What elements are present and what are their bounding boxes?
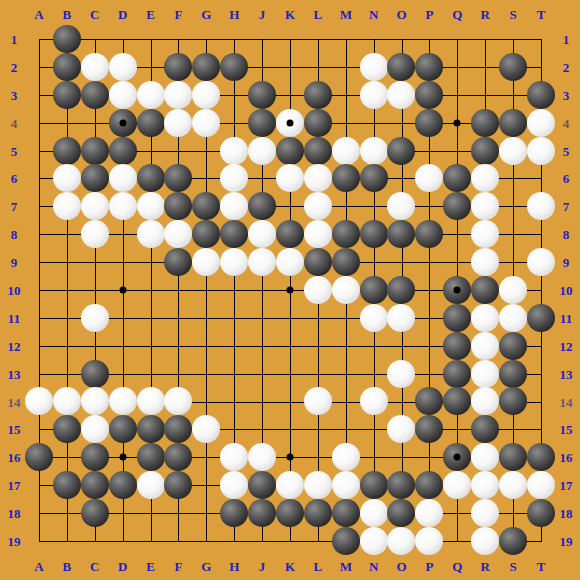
- intersection-L15[interactable]: [304, 415, 332, 443]
- intersection-T8[interactable]: [527, 220, 555, 248]
- intersection-P5[interactable]: [415, 137, 443, 165]
- intersection-F11[interactable]: [164, 304, 192, 332]
- intersection-E17[interactable]: [137, 471, 165, 499]
- intersection-R9[interactable]: [471, 248, 499, 276]
- intersection-J14[interactable]: [248, 387, 276, 415]
- intersection-S13[interactable]: [499, 360, 527, 388]
- intersection-J2[interactable]: [248, 53, 276, 81]
- intersection-M6[interactable]: [332, 164, 360, 192]
- intersection-L12[interactable]: [304, 332, 332, 360]
- intersection-N3[interactable]: [360, 81, 388, 109]
- intersection-E6[interactable]: [137, 164, 165, 192]
- intersection-O8[interactable]: [387, 220, 415, 248]
- intersection-O3[interactable]: [387, 81, 415, 109]
- intersection-F7[interactable]: [164, 192, 192, 220]
- intersection-H7[interactable]: [220, 192, 248, 220]
- intersection-J19[interactable]: [248, 527, 276, 555]
- intersection-B4[interactable]: [53, 109, 81, 137]
- intersection-Q5[interactable]: [443, 137, 471, 165]
- intersection-T5[interactable]: [527, 137, 555, 165]
- intersection-E2[interactable]: [137, 53, 165, 81]
- intersection-Q8[interactable]: [443, 220, 471, 248]
- intersection-G6[interactable]: [192, 164, 220, 192]
- intersection-E14[interactable]: [137, 387, 165, 415]
- intersection-D5[interactable]: [109, 137, 137, 165]
- intersection-T14[interactable]: [527, 387, 555, 415]
- intersection-S4[interactable]: [499, 109, 527, 137]
- intersection-P18[interactable]: [415, 499, 443, 527]
- intersection-D15[interactable]: [109, 415, 137, 443]
- intersection-F8[interactable]: [164, 220, 192, 248]
- intersection-C12[interactable]: [81, 332, 109, 360]
- intersection-F5[interactable]: [164, 137, 192, 165]
- intersection-O14[interactable]: [387, 387, 415, 415]
- intersection-H9[interactable]: [220, 248, 248, 276]
- intersection-N6[interactable]: [360, 164, 388, 192]
- intersection-C9[interactable]: [81, 248, 109, 276]
- intersection-C5[interactable]: [81, 137, 109, 165]
- intersection-N11[interactable]: [360, 304, 388, 332]
- intersection-D18[interactable]: [109, 499, 137, 527]
- intersection-R15[interactable]: [471, 415, 499, 443]
- intersection-D3[interactable]: [109, 81, 137, 109]
- intersection-E19[interactable]: [137, 527, 165, 555]
- intersection-R17[interactable]: [471, 471, 499, 499]
- intersection-A15[interactable]: [25, 415, 53, 443]
- intersection-B9[interactable]: [53, 248, 81, 276]
- intersection-D1[interactable]: [109, 25, 137, 53]
- intersection-Q14[interactable]: [443, 387, 471, 415]
- intersection-K15[interactable]: [276, 415, 304, 443]
- intersection-E12[interactable]: [137, 332, 165, 360]
- intersection-A19[interactable]: [25, 527, 53, 555]
- intersection-C18[interactable]: [81, 499, 109, 527]
- intersection-R13[interactable]: [471, 360, 499, 388]
- intersection-G16[interactable]: [192, 443, 220, 471]
- intersection-T16[interactable]: [527, 443, 555, 471]
- intersection-N17[interactable]: [360, 471, 388, 499]
- intersection-F17[interactable]: [164, 471, 192, 499]
- intersection-T4[interactable]: [527, 109, 555, 137]
- intersection-S11[interactable]: [499, 304, 527, 332]
- intersection-K19[interactable]: [276, 527, 304, 555]
- intersection-J9[interactable]: [248, 248, 276, 276]
- intersection-S18[interactable]: [499, 499, 527, 527]
- intersection-O12[interactable]: [387, 332, 415, 360]
- intersection-B7[interactable]: [53, 192, 81, 220]
- intersection-O1[interactable]: [387, 25, 415, 53]
- intersection-T2[interactable]: [527, 53, 555, 81]
- intersection-S16[interactable]: [499, 443, 527, 471]
- intersection-D11[interactable]: [109, 304, 137, 332]
- intersection-K2[interactable]: [276, 53, 304, 81]
- intersection-L11[interactable]: [304, 304, 332, 332]
- intersection-K5[interactable]: [276, 137, 304, 165]
- intersection-C7[interactable]: [81, 192, 109, 220]
- intersection-P12[interactable]: [415, 332, 443, 360]
- intersection-M10[interactable]: [332, 276, 360, 304]
- intersection-P13[interactable]: [415, 360, 443, 388]
- intersection-D9[interactable]: [109, 248, 137, 276]
- intersection-C10[interactable]: [81, 276, 109, 304]
- intersection-H5[interactable]: [220, 137, 248, 165]
- intersection-H1[interactable]: [220, 25, 248, 53]
- intersection-P17[interactable]: [415, 471, 443, 499]
- intersection-D19[interactable]: [109, 527, 137, 555]
- intersection-G13[interactable]: [192, 360, 220, 388]
- intersection-K9[interactable]: [276, 248, 304, 276]
- intersection-J11[interactable]: [248, 304, 276, 332]
- intersection-T12[interactable]: [527, 332, 555, 360]
- intersection-B13[interactable]: [53, 360, 81, 388]
- intersection-S6[interactable]: [499, 164, 527, 192]
- intersection-S5[interactable]: [499, 137, 527, 165]
- intersection-N8[interactable]: [360, 220, 388, 248]
- intersection-D6[interactable]: [109, 164, 137, 192]
- intersection-B17[interactable]: [53, 471, 81, 499]
- intersection-E18[interactable]: [137, 499, 165, 527]
- intersection-A3[interactable]: [25, 81, 53, 109]
- intersection-G8[interactable]: [192, 220, 220, 248]
- intersection-C3[interactable]: [81, 81, 109, 109]
- intersection-G7[interactable]: [192, 192, 220, 220]
- intersection-B2[interactable]: [53, 53, 81, 81]
- intersection-P11[interactable]: [415, 304, 443, 332]
- intersection-A1[interactable]: [25, 25, 53, 53]
- intersection-P16[interactable]: [415, 443, 443, 471]
- intersection-J18[interactable]: [248, 499, 276, 527]
- intersection-M13[interactable]: [332, 360, 360, 388]
- intersection-T15[interactable]: [527, 415, 555, 443]
- intersection-B11[interactable]: [53, 304, 81, 332]
- intersection-Q9[interactable]: [443, 248, 471, 276]
- intersection-R18[interactable]: [471, 499, 499, 527]
- intersection-T10[interactable]: [527, 276, 555, 304]
- intersection-N14[interactable]: [360, 387, 388, 415]
- intersection-B14[interactable]: [53, 387, 81, 415]
- intersection-G11[interactable]: [192, 304, 220, 332]
- intersection-M1[interactable]: [332, 25, 360, 53]
- intersection-T7[interactable]: [527, 192, 555, 220]
- intersection-Q1[interactable]: [443, 25, 471, 53]
- intersection-T17[interactable]: [527, 471, 555, 499]
- intersection-F2[interactable]: [164, 53, 192, 81]
- intersection-E4[interactable]: [137, 109, 165, 137]
- intersection-P7[interactable]: [415, 192, 443, 220]
- intersection-M11[interactable]: [332, 304, 360, 332]
- intersection-H8[interactable]: [220, 220, 248, 248]
- intersection-F14[interactable]: [164, 387, 192, 415]
- intersection-G9[interactable]: [192, 248, 220, 276]
- intersection-N9[interactable]: [360, 248, 388, 276]
- intersection-A17[interactable]: [25, 471, 53, 499]
- intersection-S2[interactable]: [499, 53, 527, 81]
- intersection-L17[interactable]: [304, 471, 332, 499]
- intersection-R10[interactable]: [471, 276, 499, 304]
- intersection-G19[interactable]: [192, 527, 220, 555]
- intersection-N13[interactable]: [360, 360, 388, 388]
- intersection-C17[interactable]: [81, 471, 109, 499]
- intersection-B16[interactable]: [53, 443, 81, 471]
- intersection-D14[interactable]: [109, 387, 137, 415]
- intersection-N1[interactable]: [360, 25, 388, 53]
- intersection-L5[interactable]: [304, 137, 332, 165]
- intersection-B18[interactable]: [53, 499, 81, 527]
- intersection-B12[interactable]: [53, 332, 81, 360]
- intersection-T1[interactable]: [527, 25, 555, 53]
- intersection-R11[interactable]: [471, 304, 499, 332]
- intersection-C4[interactable]: [81, 109, 109, 137]
- intersection-E16[interactable]: [137, 443, 165, 471]
- intersection-H11[interactable]: [220, 304, 248, 332]
- intersection-O2[interactable]: [387, 53, 415, 81]
- intersection-J3[interactable]: [248, 81, 276, 109]
- intersection-C11[interactable]: [81, 304, 109, 332]
- intersection-C1[interactable]: [81, 25, 109, 53]
- intersection-L19[interactable]: [304, 527, 332, 555]
- intersection-L14[interactable]: [304, 387, 332, 415]
- intersection-N18[interactable]: [360, 499, 388, 527]
- intersection-N10[interactable]: [360, 276, 388, 304]
- intersection-K6[interactable]: [276, 164, 304, 192]
- intersection-E10[interactable]: [137, 276, 165, 304]
- intersection-P4[interactable]: [415, 109, 443, 137]
- intersection-C16[interactable]: [81, 443, 109, 471]
- intersection-Q18[interactable]: [443, 499, 471, 527]
- intersection-G15[interactable]: [192, 415, 220, 443]
- intersection-L16[interactable]: [304, 443, 332, 471]
- intersection-S7[interactable]: [499, 192, 527, 220]
- intersection-L18[interactable]: [304, 499, 332, 527]
- intersection-J16[interactable]: [248, 443, 276, 471]
- intersection-H3[interactable]: [220, 81, 248, 109]
- intersection-S9[interactable]: [499, 248, 527, 276]
- intersection-P15[interactable]: [415, 415, 443, 443]
- intersection-M15[interactable]: [332, 415, 360, 443]
- intersection-F9[interactable]: [164, 248, 192, 276]
- intersection-Q13[interactable]: [443, 360, 471, 388]
- intersection-O11[interactable]: [387, 304, 415, 332]
- intersection-H13[interactable]: [220, 360, 248, 388]
- intersection-H15[interactable]: [220, 415, 248, 443]
- intersection-D2[interactable]: [109, 53, 137, 81]
- intersection-M17[interactable]: [332, 471, 360, 499]
- intersection-E3[interactable]: [137, 81, 165, 109]
- intersection-F16[interactable]: [164, 443, 192, 471]
- intersection-Q12[interactable]: [443, 332, 471, 360]
- intersection-O17[interactable]: [387, 471, 415, 499]
- intersection-E7[interactable]: [137, 192, 165, 220]
- intersection-H14[interactable]: [220, 387, 248, 415]
- intersection-L8[interactable]: [304, 220, 332, 248]
- intersection-N2[interactable]: [360, 53, 388, 81]
- intersection-L2[interactable]: [304, 53, 332, 81]
- intersection-B19[interactable]: [53, 527, 81, 555]
- intersection-O13[interactable]: [387, 360, 415, 388]
- intersection-N12[interactable]: [360, 332, 388, 360]
- intersection-G5[interactable]: [192, 137, 220, 165]
- intersection-E1[interactable]: [137, 25, 165, 53]
- intersection-M19[interactable]: [332, 527, 360, 555]
- intersection-S3[interactable]: [499, 81, 527, 109]
- intersection-R5[interactable]: [471, 137, 499, 165]
- intersection-F3[interactable]: [164, 81, 192, 109]
- intersection-J17[interactable]: [248, 471, 276, 499]
- intersection-S10[interactable]: [499, 276, 527, 304]
- intersection-G12[interactable]: [192, 332, 220, 360]
- intersection-A6[interactable]: [25, 164, 53, 192]
- intersection-N15[interactable]: [360, 415, 388, 443]
- intersection-F1[interactable]: [164, 25, 192, 53]
- intersection-D17[interactable]: [109, 471, 137, 499]
- intersection-D13[interactable]: [109, 360, 137, 388]
- intersection-C19[interactable]: [81, 527, 109, 555]
- intersection-K14[interactable]: [276, 387, 304, 415]
- intersection-R6[interactable]: [471, 164, 499, 192]
- intersection-H2[interactable]: [220, 53, 248, 81]
- intersection-J8[interactable]: [248, 220, 276, 248]
- intersection-J5[interactable]: [248, 137, 276, 165]
- intersection-G10[interactable]: [192, 276, 220, 304]
- intersection-J12[interactable]: [248, 332, 276, 360]
- intersection-N5[interactable]: [360, 137, 388, 165]
- intersection-H12[interactable]: [220, 332, 248, 360]
- intersection-C13[interactable]: [81, 360, 109, 388]
- intersection-M5[interactable]: [332, 137, 360, 165]
- intersection-H19[interactable]: [220, 527, 248, 555]
- intersection-D12[interactable]: [109, 332, 137, 360]
- intersection-H4[interactable]: [220, 109, 248, 137]
- intersection-M4[interactable]: [332, 109, 360, 137]
- intersection-Q11[interactable]: [443, 304, 471, 332]
- intersection-B5[interactable]: [53, 137, 81, 165]
- intersection-R19[interactable]: [471, 527, 499, 555]
- intersection-A5[interactable]: [25, 137, 53, 165]
- intersection-O18[interactable]: [387, 499, 415, 527]
- intersection-O5[interactable]: [387, 137, 415, 165]
- intersection-N19[interactable]: [360, 527, 388, 555]
- intersection-L3[interactable]: [304, 81, 332, 109]
- intersection-A9[interactable]: [25, 248, 53, 276]
- intersection-R2[interactable]: [471, 53, 499, 81]
- intersection-K13[interactable]: [276, 360, 304, 388]
- intersection-S15[interactable]: [499, 415, 527, 443]
- intersection-A8[interactable]: [25, 220, 53, 248]
- intersection-L10[interactable]: [304, 276, 332, 304]
- intersection-N4[interactable]: [360, 109, 388, 137]
- intersection-K8[interactable]: [276, 220, 304, 248]
- intersection-T3[interactable]: [527, 81, 555, 109]
- intersection-E11[interactable]: [137, 304, 165, 332]
- intersection-K1[interactable]: [276, 25, 304, 53]
- intersection-P14[interactable]: [415, 387, 443, 415]
- intersection-B15[interactable]: [53, 415, 81, 443]
- intersection-F12[interactable]: [164, 332, 192, 360]
- intersection-H18[interactable]: [220, 499, 248, 527]
- intersection-G2[interactable]: [192, 53, 220, 81]
- intersection-J6[interactable]: [248, 164, 276, 192]
- intersection-G14[interactable]: [192, 387, 220, 415]
- intersection-A10[interactable]: [25, 276, 53, 304]
- intersection-S19[interactable]: [499, 527, 527, 555]
- intersection-M9[interactable]: [332, 248, 360, 276]
- intersection-A11[interactable]: [25, 304, 53, 332]
- intersection-J7[interactable]: [248, 192, 276, 220]
- intersection-K7[interactable]: [276, 192, 304, 220]
- intersection-M7[interactable]: [332, 192, 360, 220]
- intersection-T13[interactable]: [527, 360, 555, 388]
- intersection-E9[interactable]: [137, 248, 165, 276]
- intersection-N16[interactable]: [360, 443, 388, 471]
- intersection-P19[interactable]: [415, 527, 443, 555]
- intersection-M3[interactable]: [332, 81, 360, 109]
- intersection-K17[interactable]: [276, 471, 304, 499]
- intersection-L1[interactable]: [304, 25, 332, 53]
- intersection-S14[interactable]: [499, 387, 527, 415]
- intersection-F15[interactable]: [164, 415, 192, 443]
- intersection-H17[interactable]: [220, 471, 248, 499]
- intersection-A13[interactable]: [25, 360, 53, 388]
- intersection-Q15[interactable]: [443, 415, 471, 443]
- intersection-O4[interactable]: [387, 109, 415, 137]
- intersection-C8[interactable]: [81, 220, 109, 248]
- intersection-R1[interactable]: [471, 25, 499, 53]
- intersection-A18[interactable]: [25, 499, 53, 527]
- intersection-P2[interactable]: [415, 53, 443, 81]
- intersection-B10[interactable]: [53, 276, 81, 304]
- intersection-H10[interactable]: [220, 276, 248, 304]
- intersection-L9[interactable]: [304, 248, 332, 276]
- intersection-F19[interactable]: [164, 527, 192, 555]
- intersection-N7[interactable]: [360, 192, 388, 220]
- intersection-D8[interactable]: [109, 220, 137, 248]
- intersection-M2[interactable]: [332, 53, 360, 81]
- intersection-A4[interactable]: [25, 109, 53, 137]
- intersection-F4[interactable]: [164, 109, 192, 137]
- intersection-R3[interactable]: [471, 81, 499, 109]
- intersection-T9[interactable]: [527, 248, 555, 276]
- intersection-R14[interactable]: [471, 387, 499, 415]
- intersection-S1[interactable]: [499, 25, 527, 53]
- intersection-R16[interactable]: [471, 443, 499, 471]
- intersection-Q2[interactable]: [443, 53, 471, 81]
- intersection-P6[interactable]: [415, 164, 443, 192]
- intersection-D7[interactable]: [109, 192, 137, 220]
- intersection-K3[interactable]: [276, 81, 304, 109]
- intersection-H6[interactable]: [220, 164, 248, 192]
- intersection-M14[interactable]: [332, 387, 360, 415]
- intersection-O15[interactable]: [387, 415, 415, 443]
- intersection-L13[interactable]: [304, 360, 332, 388]
- intersection-P3[interactable]: [415, 81, 443, 109]
- intersection-B3[interactable]: [53, 81, 81, 109]
- intersection-O9[interactable]: [387, 248, 415, 276]
- intersection-F10[interactable]: [164, 276, 192, 304]
- intersection-G3[interactable]: [192, 81, 220, 109]
- intersection-T18[interactable]: [527, 499, 555, 527]
- intersection-L6[interactable]: [304, 164, 332, 192]
- intersection-A12[interactable]: [25, 332, 53, 360]
- intersection-L4[interactable]: [304, 109, 332, 137]
- intersection-B6[interactable]: [53, 164, 81, 192]
- intersection-Q3[interactable]: [443, 81, 471, 109]
- intersection-L7[interactable]: [304, 192, 332, 220]
- intersection-K12[interactable]: [276, 332, 304, 360]
- intersection-R4[interactable]: [471, 109, 499, 137]
- intersection-O10[interactable]: [387, 276, 415, 304]
- intersection-E15[interactable]: [137, 415, 165, 443]
- intersection-F18[interactable]: [164, 499, 192, 527]
